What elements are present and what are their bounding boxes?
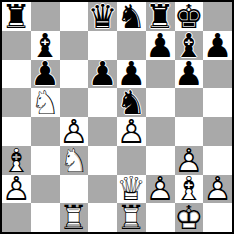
square-a3[interactable]: ♝♗ — [2, 146, 31, 175]
white-bishop-outline-icon: ♗ — [175, 175, 204, 204]
square-c1[interactable]: ♜♖ — [60, 203, 89, 232]
square-d7[interactable] — [88, 31, 117, 60]
chess-board: ♜♛♞♜♚♝♟♝♟♟♟♟♟♞♘♞♟♙♟♙♝♗♞♘♟♙♟♙♛♕♟♙♝♗♟♙♜♖♜♖… — [0, 0, 234, 234]
square-e7[interactable] — [117, 31, 146, 60]
square-b4[interactable] — [31, 117, 60, 146]
white-pawn-outline-icon: ♙ — [175, 146, 204, 175]
square-c3[interactable]: ♞♘ — [60, 146, 89, 175]
square-e5[interactable]: ♞ — [117, 88, 146, 117]
square-h3[interactable] — [203, 146, 232, 175]
square-f4[interactable] — [146, 117, 175, 146]
white-bishop-icon: ♝ — [2, 146, 31, 175]
white-pawn-icon: ♟ — [2, 175, 31, 204]
square-e8[interactable]: ♞ — [117, 2, 146, 31]
square-a4[interactable] — [2, 117, 31, 146]
square-d8[interactable]: ♛ — [88, 2, 117, 31]
white-pawn-icon: ♟ — [117, 117, 146, 146]
white-pawn-outline-icon: ♙ — [117, 117, 146, 146]
black-bishop-icon: ♝ — [31, 31, 60, 60]
black-pawn-icon: ♟ — [146, 31, 175, 60]
white-pawn-outline-icon: ♙ — [203, 175, 232, 204]
square-b1[interactable] — [31, 203, 60, 232]
black-pawn-icon: ♟ — [175, 60, 204, 89]
white-bishop-icon: ♝ — [175, 175, 204, 204]
square-b3[interactable] — [31, 146, 60, 175]
black-rook-icon: ♜ — [146, 2, 175, 31]
square-h2[interactable]: ♟♙ — [203, 175, 232, 204]
white-rook-outline-icon: ♖ — [117, 203, 146, 232]
square-g2[interactable]: ♝♗ — [175, 175, 204, 204]
white-pawn-outline-icon: ♙ — [2, 175, 31, 204]
square-a6[interactable] — [2, 60, 31, 89]
white-king-icon: ♚ — [175, 203, 204, 232]
square-d6[interactable]: ♟ — [88, 60, 117, 89]
square-h4[interactable] — [203, 117, 232, 146]
square-c7[interactable] — [60, 31, 89, 60]
white-pawn-icon: ♟ — [146, 175, 175, 204]
white-knight-outline-icon: ♘ — [31, 88, 60, 117]
black-rook-icon: ♜ — [2, 2, 31, 31]
square-g1[interactable]: ♚♔ — [175, 203, 204, 232]
white-knight-outline-icon: ♘ — [60, 146, 89, 175]
square-f7[interactable]: ♟ — [146, 31, 175, 60]
square-h5[interactable] — [203, 88, 232, 117]
square-g6[interactable]: ♟ — [175, 60, 204, 89]
black-pawn-icon: ♟ — [88, 60, 117, 89]
black-pawn-icon: ♟ — [203, 31, 232, 60]
black-king-icon: ♚ — [175, 2, 204, 31]
white-pawn-outline-icon: ♙ — [146, 175, 175, 204]
white-pawn-icon: ♟ — [203, 175, 232, 204]
black-knight-icon: ♞ — [117, 2, 146, 31]
square-d1[interactable] — [88, 203, 117, 232]
white-pawn-icon: ♟ — [175, 146, 204, 175]
square-d3[interactable] — [88, 146, 117, 175]
square-g3[interactable]: ♟♙ — [175, 146, 204, 175]
square-f2[interactable]: ♟♙ — [146, 175, 175, 204]
black-knight-icon: ♞ — [117, 88, 146, 117]
black-pawn-icon: ♟ — [31, 60, 60, 89]
square-b8[interactable] — [31, 2, 60, 31]
square-c2[interactable] — [60, 175, 89, 204]
black-queen-icon: ♛ — [88, 2, 117, 31]
black-pawn-icon: ♟ — [117, 60, 146, 89]
square-e4[interactable]: ♟♙ — [117, 117, 146, 146]
square-f6[interactable] — [146, 60, 175, 89]
square-f8[interactable]: ♜ — [146, 2, 175, 31]
square-g7[interactable]: ♝ — [175, 31, 204, 60]
square-c6[interactable] — [60, 60, 89, 89]
square-f3[interactable] — [146, 146, 175, 175]
white-rook-outline-icon: ♖ — [60, 203, 89, 232]
square-a2[interactable]: ♟♙ — [2, 175, 31, 204]
square-d2[interactable] — [88, 175, 117, 204]
square-a5[interactable] — [2, 88, 31, 117]
square-h6[interactable] — [203, 60, 232, 89]
square-g5[interactable] — [175, 88, 204, 117]
square-d5[interactable] — [88, 88, 117, 117]
white-bishop-outline-icon: ♗ — [2, 146, 31, 175]
square-h7[interactable]: ♟ — [203, 31, 232, 60]
square-c8[interactable] — [60, 2, 89, 31]
white-pawn-outline-icon: ♙ — [60, 117, 89, 146]
square-b5[interactable]: ♞♘ — [31, 88, 60, 117]
white-knight-icon: ♞ — [31, 88, 60, 117]
square-e2[interactable]: ♛♕ — [117, 175, 146, 204]
square-e6[interactable]: ♟ — [117, 60, 146, 89]
white-queen-icon: ♛ — [117, 175, 146, 204]
white-rook-icon: ♜ — [60, 203, 89, 232]
square-a1[interactable] — [2, 203, 31, 232]
square-b7[interactable]: ♝ — [31, 31, 60, 60]
square-d4[interactable] — [88, 117, 117, 146]
square-e3[interactable] — [117, 146, 146, 175]
white-pawn-icon: ♟ — [60, 117, 89, 146]
square-b6[interactable]: ♟ — [31, 60, 60, 89]
white-queen-outline-icon: ♕ — [117, 175, 146, 204]
square-a7[interactable] — [2, 31, 31, 60]
white-rook-icon: ♜ — [117, 203, 146, 232]
square-h1[interactable] — [203, 203, 232, 232]
square-c4[interactable]: ♟♙ — [60, 117, 89, 146]
square-c5[interactable] — [60, 88, 89, 117]
square-e1[interactable]: ♜♖ — [117, 203, 146, 232]
white-knight-icon: ♞ — [60, 146, 89, 175]
square-g4[interactable] — [175, 117, 204, 146]
square-a8[interactable]: ♜ — [2, 2, 31, 31]
square-b2[interactable] — [31, 175, 60, 204]
square-g8[interactable]: ♚ — [175, 2, 204, 31]
white-king-outline-icon: ♔ — [175, 203, 204, 232]
square-f1[interactable] — [146, 203, 175, 232]
black-bishop-icon: ♝ — [175, 31, 204, 60]
square-h8[interactable] — [203, 2, 232, 31]
square-f5[interactable] — [146, 88, 175, 117]
